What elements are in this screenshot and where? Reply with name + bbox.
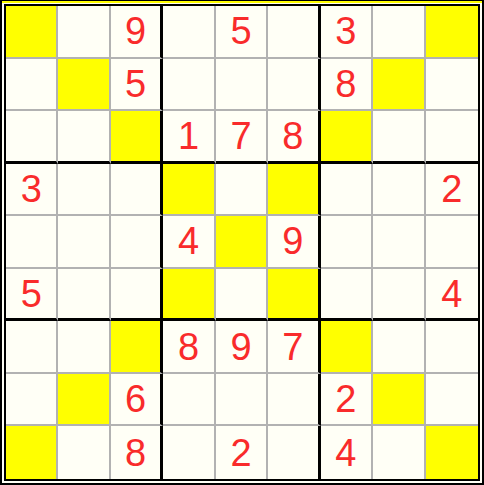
- cell-r8c4[interactable]: [163, 374, 215, 427]
- given-digit: 2: [335, 380, 356, 418]
- given-digit: 2: [230, 434, 251, 472]
- given-digit: 6: [125, 380, 146, 418]
- cell-r3c4[interactable]: 1: [163, 111, 215, 164]
- cell-r5c1[interactable]: [6, 216, 58, 269]
- cell-r6c4[interactable]: [163, 269, 215, 322]
- cell-r8c9[interactable]: [426, 374, 478, 427]
- cell-r4c5[interactable]: [216, 164, 268, 217]
- cell-r5c3[interactable]: [111, 216, 163, 269]
- cell-r9c4[interactable]: [163, 426, 215, 479]
- cell-r8c7[interactable]: 2: [321, 374, 373, 427]
- cell-r2c1[interactable]: [6, 59, 58, 112]
- cell-r4c8[interactable]: [373, 164, 425, 217]
- cell-r6c3[interactable]: [111, 269, 163, 322]
- cell-r6c9[interactable]: 4: [426, 269, 478, 322]
- cell-r5c7[interactable]: [321, 216, 373, 269]
- cell-r9c8[interactable]: [373, 426, 425, 479]
- cell-r4c9[interactable]: 2: [426, 164, 478, 217]
- given-digit: 8: [335, 65, 356, 103]
- cell-r5c6[interactable]: 9: [268, 216, 320, 269]
- cell-r7c6[interactable]: 7: [268, 321, 320, 374]
- cell-r7c5[interactable]: 9: [216, 321, 268, 374]
- cell-r9c9[interactable]: [426, 426, 478, 479]
- given-digit: 5: [230, 12, 251, 50]
- cell-r4c3[interactable]: [111, 164, 163, 217]
- cell-r9c3[interactable]: 8: [111, 426, 163, 479]
- top-accent-line: [2, 1, 482, 3]
- cell-r2c8[interactable]: [373, 59, 425, 112]
- given-digit: 5: [125, 65, 146, 103]
- cell-r8c2[interactable]: [58, 374, 110, 427]
- cell-r7c2[interactable]: [58, 321, 110, 374]
- cell-r6c6[interactable]: [268, 269, 320, 322]
- cell-r7c9[interactable]: [426, 321, 478, 374]
- cell-r4c1[interactable]: 3: [6, 164, 58, 217]
- cell-r1c4[interactable]: [163, 6, 215, 59]
- cell-r4c7[interactable]: [321, 164, 373, 217]
- given-digit: 2: [441, 170, 462, 208]
- cell-r2c7[interactable]: 8: [321, 59, 373, 112]
- given-digit: 9: [282, 222, 303, 260]
- given-digit: 4: [335, 434, 356, 472]
- given-digit: 4: [441, 275, 462, 313]
- cell-r6c8[interactable]: [373, 269, 425, 322]
- given-digit: 9: [230, 328, 251, 366]
- given-digit: 8: [125, 434, 146, 472]
- cell-r6c7[interactable]: [321, 269, 373, 322]
- cell-r2c5[interactable]: [216, 59, 268, 112]
- cell-r5c8[interactable]: [373, 216, 425, 269]
- cell-r5c9[interactable]: [426, 216, 478, 269]
- cell-r3c9[interactable]: [426, 111, 478, 164]
- given-digit: 8: [178, 328, 199, 366]
- cell-r8c5[interactable]: [216, 374, 268, 427]
- cell-r6c2[interactable]: [58, 269, 110, 322]
- cell-r8c3[interactable]: 6: [111, 374, 163, 427]
- cell-r3c7[interactable]: [321, 111, 373, 164]
- given-digit: 3: [21, 170, 42, 208]
- cell-r8c8[interactable]: [373, 374, 425, 427]
- cell-r1c5[interactable]: 5: [216, 6, 268, 59]
- cell-r2c6[interactable]: [268, 59, 320, 112]
- cell-r8c1[interactable]: [6, 374, 58, 427]
- cell-r9c1[interactable]: [6, 426, 58, 479]
- cell-r3c6[interactable]: 8: [268, 111, 320, 164]
- cell-r5c5[interactable]: [216, 216, 268, 269]
- cell-r1c7[interactable]: 3: [321, 6, 373, 59]
- cell-r4c6[interactable]: [268, 164, 320, 217]
- cell-r2c3[interactable]: 5: [111, 59, 163, 112]
- cell-r7c8[interactable]: [373, 321, 425, 374]
- given-digit: 1: [178, 117, 199, 155]
- cell-r1c2[interactable]: [58, 6, 110, 59]
- given-digit: 3: [335, 12, 356, 50]
- given-digit: 4: [178, 222, 199, 260]
- given-digit: 5: [21, 275, 42, 313]
- cell-r1c8[interactable]: [373, 6, 425, 59]
- cell-r2c4[interactable]: [163, 59, 215, 112]
- given-digit: 7: [230, 117, 251, 155]
- sudoku-board: 9535817832495489762824: [0, 0, 484, 485]
- cell-r4c4[interactable]: [163, 164, 215, 217]
- cell-r3c5[interactable]: 7: [216, 111, 268, 164]
- cell-r5c4[interactable]: 4: [163, 216, 215, 269]
- cell-r5c2[interactable]: [58, 216, 110, 269]
- cell-r7c3[interactable]: [111, 321, 163, 374]
- sudoku-stage: 9535817832495489762824: [0, 0, 484, 485]
- cell-r8c6[interactable]: [268, 374, 320, 427]
- cell-r7c4[interactable]: 8: [163, 321, 215, 374]
- cell-r7c1[interactable]: [6, 321, 58, 374]
- cell-r3c2[interactable]: [58, 111, 110, 164]
- cell-r1c9[interactable]: [426, 6, 478, 59]
- cell-r9c5[interactable]: 2: [216, 426, 268, 479]
- cell-r1c3[interactable]: 9: [111, 6, 163, 59]
- cell-r9c7[interactable]: 4: [321, 426, 373, 479]
- given-digit: 9: [125, 12, 146, 50]
- cell-r9c6[interactable]: [268, 426, 320, 479]
- cell-r9c2[interactable]: [58, 426, 110, 479]
- cell-r2c2[interactable]: [58, 59, 110, 112]
- given-digit: 7: [282, 328, 303, 366]
- given-digit: 8: [282, 117, 303, 155]
- cell-r2c9[interactable]: [426, 59, 478, 112]
- cell-r1c1[interactable]: [6, 6, 58, 59]
- cell-r6c5[interactable]: [216, 269, 268, 322]
- cell-r7c7[interactable]: [321, 321, 373, 374]
- cell-r3c8[interactable]: [373, 111, 425, 164]
- cell-r1c6[interactable]: [268, 6, 320, 59]
- cell-r6c1[interactable]: 5: [6, 269, 58, 322]
- cell-r3c1[interactable]: [6, 111, 58, 164]
- cell-r4c2[interactable]: [58, 164, 110, 217]
- cell-r3c3[interactable]: [111, 111, 163, 164]
